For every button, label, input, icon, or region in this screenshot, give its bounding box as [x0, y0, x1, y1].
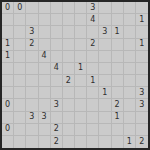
grid-cell-r12c6[interactable]: [63, 136, 75, 148]
grid-cell-r8c12[interactable]: 3: [136, 87, 148, 99]
grid-cell-r2c4[interactable]: [39, 14, 51, 26]
grid-cell-r11c1[interactable]: 0: [2, 124, 14, 136]
grid-cell-r12c2[interactable]: [14, 136, 26, 148]
grid-cell-r2c2[interactable]: [14, 14, 26, 26]
grid-cell-r2c10[interactable]: [112, 14, 124, 26]
grid-cell-r11c8[interactable]: [87, 124, 99, 136]
grid-cell-r1c5[interactable]: [51, 2, 63, 14]
grid-cell-r6c7[interactable]: 1: [75, 63, 87, 75]
grid-cell-r9c2[interactable]: [14, 99, 26, 111]
grid-cell-r10c11[interactable]: [124, 112, 136, 124]
grid-cell-r1c8[interactable]: 3: [87, 2, 99, 14]
grid-cell-r1c11[interactable]: [124, 2, 136, 14]
grid-cell-r9c10[interactable]: 2: [112, 99, 124, 111]
grid-cell-r4c12[interactable]: 1: [136, 39, 148, 51]
grid-cell-r9c12[interactable]: 3: [136, 99, 148, 111]
grid-cell-r4c7[interactable]: [75, 39, 87, 51]
grid-cell-r3c9[interactable]: 3: [99, 26, 111, 38]
grid-cell-r6c12[interactable]: [136, 63, 148, 75]
grid-cell-r8c2[interactable]: [14, 87, 26, 99]
grid-cell-r7c4[interactable]: [39, 75, 51, 87]
grid-cell-r6c5[interactable]: 4: [51, 63, 63, 75]
grid-cell-r8c7[interactable]: [75, 87, 87, 99]
grid-cell-r5c7[interactable]: [75, 51, 87, 63]
grid-cell-r2c1[interactable]: [2, 14, 14, 26]
grid-cell-r6c11[interactable]: [124, 63, 136, 75]
grid-cell-r12c10[interactable]: [112, 136, 124, 148]
grid-cell-r7c3[interactable]: [26, 75, 38, 87]
grid-cell-r2c3[interactable]: [26, 14, 38, 26]
grid-cell-r6c9[interactable]: [99, 63, 111, 75]
grid-cell-r5c11[interactable]: [124, 51, 136, 63]
grid-cell-r12c4[interactable]: [39, 136, 51, 148]
grid-cell-r8c5[interactable]: [51, 87, 63, 99]
grid-cell-r3c5[interactable]: [51, 26, 63, 38]
grid-cell-r7c1[interactable]: [2, 75, 14, 87]
grid-cell-r11c6[interactable]: [63, 124, 75, 136]
grid-cell-r4c6[interactable]: [63, 39, 75, 51]
grid-cell-r3c11[interactable]: [124, 26, 136, 38]
grid-cell-r3c12[interactable]: [136, 26, 148, 38]
grid-cell-r12c7[interactable]: [75, 136, 87, 148]
grid-cell-r11c5[interactable]: 2: [51, 124, 63, 136]
grid-cell-r9c8[interactable]: [87, 99, 99, 111]
grid-cell-r10c9[interactable]: [99, 112, 111, 124]
grid-cell-r3c6[interactable]: [63, 26, 75, 38]
grid-cell-r6c6[interactable]: [63, 63, 75, 75]
grid-cell-r6c2[interactable]: [14, 63, 26, 75]
grid-cell-r9c5[interactable]: 3: [51, 99, 63, 111]
grid-cell-r8c6[interactable]: [63, 87, 75, 99]
grid-cell-r10c7[interactable]: [75, 112, 87, 124]
grid-cell-r8c11[interactable]: [124, 87, 136, 99]
grid-cell-r5c1[interactable]: 1: [2, 51, 14, 63]
grid-cell-r7c6[interactable]: 2: [63, 75, 75, 87]
grid-cell-r2c5[interactable]: [51, 14, 63, 26]
grid-cell-r10c3[interactable]: 3: [26, 112, 38, 124]
grid-cell-r12c11[interactable]: 1: [124, 136, 136, 148]
grid-cell-r6c10[interactable]: [112, 63, 124, 75]
grid-cell-r4c5[interactable]: [51, 39, 63, 51]
grid-cell-r5c8[interactable]: [87, 51, 99, 63]
grid-cell-r4c8[interactable]: 2: [87, 39, 99, 51]
grid-cell-r10c1[interactable]: [2, 112, 14, 124]
grid-cell-r5c3[interactable]: [26, 51, 38, 63]
grid-cell-r7c8[interactable]: 1: [87, 75, 99, 87]
grid-cell-r11c2[interactable]: [14, 124, 26, 136]
grid-cell-r7c10[interactable]: [112, 75, 124, 87]
grid-cell-r6c3[interactable]: [26, 63, 38, 75]
grid-cell-r3c3[interactable]: 3: [26, 26, 38, 38]
grid-cell-r12c1[interactable]: [2, 136, 14, 148]
grid-cell-r4c4[interactable]: [39, 39, 51, 51]
grid-cell-r6c1[interactable]: [2, 63, 14, 75]
grid-cell-r8c8[interactable]: [87, 87, 99, 99]
grid-cell-r1c10[interactable]: [112, 2, 124, 14]
grid-cell-r3c4[interactable]: [39, 26, 51, 38]
grid-cell-r12c9[interactable]: [99, 136, 111, 148]
grid-cell-r5c5[interactable]: [51, 51, 63, 63]
grid-cell-r1c9[interactable]: [99, 2, 111, 14]
grid-cell-r11c12[interactable]: [136, 124, 148, 136]
grid-cell-r10c8[interactable]: [87, 112, 99, 124]
grid-cell-r2c12[interactable]: 1: [136, 14, 148, 26]
grid-cell-r10c6[interactable]: [63, 112, 75, 124]
grid-cell-r1c3[interactable]: [26, 2, 38, 14]
grid-cell-r3c7[interactable]: [75, 26, 87, 38]
grid-cell-r3c2[interactable]: [14, 26, 26, 38]
grid-cell-r2c8[interactable]: 4: [87, 14, 99, 26]
grid-cell-r5c9[interactable]: [99, 51, 111, 63]
grid-cell-r11c9[interactable]: [99, 124, 111, 136]
grid-cell-r4c1[interactable]: 1: [2, 39, 14, 51]
grid-cell-r3c8[interactable]: [87, 26, 99, 38]
grid-cell-r3c10[interactable]: 1: [112, 26, 124, 38]
grid-cell-r4c9[interactable]: [99, 39, 111, 51]
grid-cell-r12c3[interactable]: [26, 136, 38, 148]
grid-cell-r4c10[interactable]: [112, 39, 124, 51]
grid-cell-r10c12[interactable]: [136, 112, 148, 124]
grid-cell-r1c2[interactable]: 0: [14, 2, 26, 14]
grid-cell-r12c8[interactable]: [87, 136, 99, 148]
grid-cell-r2c11[interactable]: [124, 14, 136, 26]
grid-cell-r8c4[interactable]: [39, 87, 51, 99]
grid-cell-r5c10[interactable]: [112, 51, 124, 63]
grid-cell-r12c5[interactable]: 2: [51, 136, 63, 148]
grid-cell-r11c7[interactable]: [75, 124, 87, 136]
grid-cell-r1c4[interactable]: [39, 2, 51, 14]
puzzle-board: 00341331122114412113032333102212: [0, 0, 150, 150]
grid-cell-r4c2[interactable]: [14, 39, 26, 51]
grid-cell-r5c4[interactable]: 4: [39, 51, 51, 63]
grid-cell-r1c1[interactable]: 0: [2, 2, 14, 14]
grid-cell-r1c7[interactable]: [75, 2, 87, 14]
grid-cell-r5c6[interactable]: [63, 51, 75, 63]
grid-cell-r6c8[interactable]: [87, 63, 99, 75]
grid-cell-r7c12[interactable]: [136, 75, 148, 87]
grid-cell-r7c5[interactable]: [51, 75, 63, 87]
grid-cell-r10c4[interactable]: 3: [39, 112, 51, 124]
grid-cell-r1c12[interactable]: [136, 2, 148, 14]
grid-cell-r2c9[interactable]: [99, 14, 111, 26]
grid-cell-r9c9[interactable]: [99, 99, 111, 111]
grid-cell-r9c4[interactable]: [39, 99, 51, 111]
grid-cell-r10c10[interactable]: 1: [112, 112, 124, 124]
grid-cell-r4c3[interactable]: 2: [26, 39, 38, 51]
grid-cell-r8c9[interactable]: 1: [99, 87, 111, 99]
grid-cell-r7c7[interactable]: [75, 75, 87, 87]
grid-cell-r10c2[interactable]: [14, 112, 26, 124]
grid-cell-r2c7[interactable]: [75, 14, 87, 26]
grid-cell-r2c6[interactable]: [63, 14, 75, 26]
grid-cell-r9c3[interactable]: [26, 99, 38, 111]
grid-cell-r11c4[interactable]: [39, 124, 51, 136]
grid-cell-r7c11[interactable]: [124, 75, 136, 87]
grid-cell-r11c11[interactable]: [124, 124, 136, 136]
grid-cell-r12c12[interactable]: 2: [136, 136, 148, 148]
grid-cell-r7c2[interactable]: [14, 75, 26, 87]
grid-cell-r9c11[interactable]: [124, 99, 136, 111]
grid-cell-r4c11[interactable]: [124, 39, 136, 51]
grid-cell-r10c5[interactable]: [51, 112, 63, 124]
grid-cell-r9c7[interactable]: [75, 99, 87, 111]
grid-cell-r1c6[interactable]: [63, 2, 75, 14]
grid-cell-r5c12[interactable]: [136, 51, 148, 63]
grid-cell-r3c1[interactable]: [2, 26, 14, 38]
grid-cell-r11c3[interactable]: [26, 124, 38, 136]
grid-cell-r8c3[interactable]: [26, 87, 38, 99]
grid-cell-r7c9[interactable]: [99, 75, 111, 87]
grid-cell-r9c1[interactable]: 0: [2, 99, 14, 111]
grid-cell-r8c1[interactable]: [2, 87, 14, 99]
grid-cell-r8c10[interactable]: [112, 87, 124, 99]
grid-cell-r11c10[interactable]: [112, 124, 124, 136]
grid-cell-r5c2[interactable]: [14, 51, 26, 63]
grid-cell-r9c6[interactable]: [63, 99, 75, 111]
grid-cell-r6c4[interactable]: [39, 63, 51, 75]
